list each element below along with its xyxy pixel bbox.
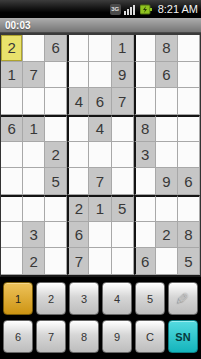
- grid-cell-r4c6[interactable]: [112, 115, 134, 142]
- grid-cell-r8c8[interactable]: 2: [156, 222, 178, 249]
- grid-cell-r3c8[interactable]: [156, 88, 178, 115]
- grid-cell-r3c6[interactable]: 7: [112, 88, 134, 115]
- grid-cell-r5c2[interactable]: [23, 142, 45, 169]
- number-keypad: 1 2 3 4 5 ✎ 6 7 8 9 C SN: [0, 277, 201, 359]
- grid-cell-r7c8[interactable]: [156, 195, 178, 222]
- key-6[interactable]: 6: [3, 320, 33, 353]
- grid-cell-r9c9[interactable]: 5: [178, 248, 200, 275]
- network-3g-icon: 3G: [110, 4, 121, 15]
- key-4[interactable]: 4: [102, 282, 132, 315]
- grid-cell-r5c3[interactable]: 2: [45, 142, 67, 169]
- grid-cell-r1c5[interactable]: [89, 35, 111, 62]
- grid-cell-r5c9[interactable]: [178, 142, 200, 169]
- grid-cell-r4c4[interactable]: [67, 115, 89, 142]
- grid-cell-r9c2[interactable]: 2: [23, 248, 45, 275]
- grid-cell-r5c8[interactable]: [156, 142, 178, 169]
- grid-cell-r9c3[interactable]: [45, 248, 67, 275]
- grid-cell-r7c1[interactable]: [1, 195, 23, 222]
- grid-cell-r8c4[interactable]: 6: [67, 222, 89, 249]
- grid-cell-r4c3[interactable]: [45, 115, 67, 142]
- grid-cell-r5c6[interactable]: [112, 142, 134, 169]
- grid-cell-r8c1[interactable]: [1, 222, 23, 249]
- clear-key[interactable]: C: [135, 320, 165, 353]
- grid-cell-r9c6[interactable]: [112, 248, 134, 275]
- grid-cell-r1c3[interactable]: 6: [45, 35, 67, 62]
- grid-cell-r1c8[interactable]: 8: [156, 35, 178, 62]
- grid-cell-r4c9[interactable]: [178, 115, 200, 142]
- grid-cell-r8c7[interactable]: [134, 222, 156, 249]
- grid-cell-r9c4[interactable]: 7: [67, 248, 89, 275]
- grid-cell-r2c7[interactable]: [134, 62, 156, 89]
- grid-cell-r7c6[interactable]: 5: [112, 195, 134, 222]
- grid-cell-r7c4[interactable]: 2: [67, 195, 89, 222]
- key-3[interactable]: 3: [69, 282, 99, 315]
- grid-cell-r5c1[interactable]: [1, 142, 23, 169]
- grid-cell-r1c1[interactable]: 2: [1, 35, 23, 62]
- grid-cell-r1c4[interactable]: [67, 35, 89, 62]
- grid-cell-r3c9[interactable]: [178, 88, 200, 115]
- clock-time: 8:21 AM: [158, 3, 198, 15]
- key-8[interactable]: 8: [69, 320, 99, 353]
- key-9[interactable]: 9: [102, 320, 132, 353]
- grid-cell-r4c7[interactable]: 8: [134, 115, 156, 142]
- phone-screen: 3G 8:21 AM 00:03 26181796467614823579621…: [0, 0, 201, 359]
- grid-cell-r6c3[interactable]: 5: [45, 168, 67, 195]
- grid-cell-r1c2[interactable]: [23, 35, 45, 62]
- grid-cell-r4c1[interactable]: 6: [1, 115, 23, 142]
- grid-cell-r2c2[interactable]: 7: [23, 62, 45, 89]
- key-5[interactable]: 5: [135, 282, 165, 315]
- timer-value: 00:03: [5, 20, 31, 31]
- grid-cell-r3c5[interactable]: 6: [89, 88, 111, 115]
- pencil-icon: ✎: [176, 289, 189, 308]
- grid-cell-r6c6[interactable]: [112, 168, 134, 195]
- grid-cell-r8c5[interactable]: [89, 222, 111, 249]
- grid-cell-r8c9[interactable]: 8: [178, 222, 200, 249]
- key-7[interactable]: 7: [36, 320, 66, 353]
- grid-cell-r9c5[interactable]: [89, 248, 111, 275]
- grid-cell-r4c2[interactable]: 1: [23, 115, 45, 142]
- grid-cell-r3c3[interactable]: [45, 88, 67, 115]
- grid-cell-r2c1[interactable]: 1: [1, 62, 23, 89]
- grid-cell-r7c7[interactable]: [134, 195, 156, 222]
- signal-strength-icon: [124, 4, 137, 15]
- sn-toggle-key[interactable]: SN: [168, 320, 198, 353]
- grid-cell-r6c7[interactable]: [134, 168, 156, 195]
- grid-cell-r7c3[interactable]: [45, 195, 67, 222]
- grid-cell-r6c5[interactable]: 7: [89, 168, 111, 195]
- grid-cell-r6c1[interactable]: [1, 168, 23, 195]
- status-bar: 3G 8:21 AM: [0, 0, 201, 18]
- grid-cell-r3c2[interactable]: [23, 88, 45, 115]
- grid-cell-r7c2[interactable]: [23, 195, 45, 222]
- battery-icon: [140, 4, 153, 15]
- grid-cell-r2c8[interactable]: 6: [156, 62, 178, 89]
- grid-cell-r7c9[interactable]: [178, 195, 200, 222]
- grid-cell-r1c6[interactable]: 1: [112, 35, 134, 62]
- grid-cell-r1c9[interactable]: [178, 35, 200, 62]
- grid-cell-r3c4[interactable]: 4: [67, 88, 89, 115]
- key-1[interactable]: 1: [3, 282, 33, 315]
- pencil-mode-button[interactable]: ✎: [168, 282, 198, 315]
- grid-cell-r8c3[interactable]: [45, 222, 67, 249]
- grid-cell-r4c8[interactable]: [156, 115, 178, 142]
- grid-cell-r5c7[interactable]: 3: [134, 142, 156, 169]
- grid-cell-r1c7[interactable]: [134, 35, 156, 62]
- grid-cell-r7c5[interactable]: 1: [89, 195, 111, 222]
- grid-cell-r8c2[interactable]: 3: [23, 222, 45, 249]
- grid-cell-r5c4[interactable]: [67, 142, 89, 169]
- grid-cell-r5c5[interactable]: [89, 142, 111, 169]
- grid-cell-r9c8[interactable]: [156, 248, 178, 275]
- sudoku-grid: 26181796467614823579621536282765: [0, 33, 201, 277]
- grid-cell-r2c5[interactable]: [89, 62, 111, 89]
- grid-cell-r3c7[interactable]: [134, 88, 156, 115]
- grid-cell-r9c1[interactable]: [1, 248, 23, 275]
- grid-cell-r2c6[interactable]: 9: [112, 62, 134, 89]
- grid-cell-r6c8[interactable]: 9: [156, 168, 178, 195]
- grid-cell-r2c3[interactable]: [45, 62, 67, 89]
- key-2[interactable]: 2: [36, 282, 66, 315]
- grid-cell-r6c4[interactable]: [67, 168, 89, 195]
- grid-cell-r3c1[interactable]: [1, 88, 23, 115]
- grid-cell-r2c4[interactable]: [67, 62, 89, 89]
- grid-cell-r4c5[interactable]: 4: [89, 115, 111, 142]
- grid-cell-r6c9[interactable]: 6: [178, 168, 200, 195]
- grid-cell-r6c2[interactable]: [23, 168, 45, 195]
- grid-cell-r2c9[interactable]: [178, 62, 200, 89]
- timer-bar: 00:03: [0, 18, 201, 33]
- grid-cell-r9c7[interactable]: 6: [134, 248, 156, 275]
- grid-cell-r8c6[interactable]: [112, 222, 134, 249]
